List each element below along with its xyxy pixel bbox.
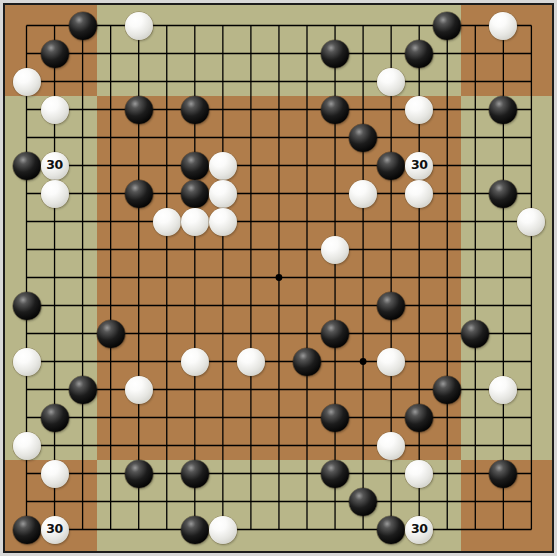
board-cell[interactable] [321,348,349,376]
board-cell[interactable] [125,348,153,376]
board-cell[interactable] [433,96,461,124]
board-cell[interactable] [153,5,181,40]
board-cell[interactable] [461,488,489,516]
board-cell[interactable] [237,5,265,40]
board-cell[interactable] [265,432,293,460]
board-cell[interactable] [69,96,97,124]
board-cell[interactable] [377,460,405,488]
white-stone[interactable] [377,432,405,460]
board-cell[interactable] [461,124,489,152]
white-stone[interactable] [321,236,349,264]
board-cell[interactable] [69,208,97,236]
board-cell[interactable] [461,264,489,292]
board-cell[interactable] [125,404,153,432]
board-cell[interactable] [461,236,489,264]
board-cell[interactable] [517,348,552,376]
board-cell[interactable] [433,40,461,68]
board-cell[interactable] [41,348,69,376]
board-cell[interactable] [265,40,293,68]
board-cell[interactable] [349,404,377,432]
black-stone[interactable] [321,40,349,68]
board-cell[interactable] [517,432,552,460]
board-cell[interactable] [237,460,265,488]
board-cell[interactable] [265,460,293,488]
board-cell[interactable] [349,264,377,292]
board-cell[interactable] [433,264,461,292]
board-cell[interactable] [69,488,97,516]
board-cell[interactable] [489,404,517,432]
black-stone[interactable] [377,516,405,544]
board-cell[interactable] [153,376,181,404]
board-cell[interactable] [489,208,517,236]
board-cell[interactable] [153,404,181,432]
board-cell[interactable] [321,180,349,208]
board-cell[interactable] [97,236,125,264]
white-stone[interactable] [377,68,405,96]
board-cell[interactable] [237,68,265,96]
board-cell[interactable] [321,432,349,460]
black-stone[interactable] [69,376,97,404]
board-cell[interactable] [181,264,209,292]
white-stone[interactable] [209,516,237,544]
board-cell[interactable] [5,320,41,348]
board-cell[interactable] [153,516,181,552]
black-stone[interactable] [433,376,461,404]
black-stone[interactable] [69,12,97,40]
board-cell[interactable] [237,264,265,292]
board-cell[interactable] [377,320,405,348]
black-stone[interactable] [181,180,209,208]
board-cell[interactable] [237,488,265,516]
board-cell[interactable] [97,348,125,376]
black-stone[interactable] [321,460,349,488]
board-cell[interactable] [517,236,552,264]
board-cell[interactable] [405,348,433,376]
board-cell[interactable] [405,376,433,404]
white-stone-numbered[interactable]: 30 [405,516,433,544]
board-cell[interactable] [293,404,321,432]
board-cell[interactable] [265,5,293,40]
board-cell[interactable] [41,376,69,404]
board-cell[interactable] [125,236,153,264]
board-cell[interactable] [489,488,517,516]
board-cell[interactable] [293,68,321,96]
board-cell[interactable] [321,264,349,292]
board-cell[interactable] [209,404,237,432]
white-stone-numbered[interactable]: 30 [41,516,69,544]
board-cell[interactable] [97,516,125,552]
board-cell[interactable] [293,152,321,180]
board-cell[interactable] [405,264,433,292]
board-cell[interactable] [181,40,209,68]
board-cell[interactable] [349,460,377,488]
black-stone[interactable] [405,404,433,432]
board-cell[interactable] [41,68,69,96]
board-cell[interactable] [69,292,97,320]
black-stone[interactable] [349,124,377,152]
board-cell[interactable] [97,152,125,180]
board-cell[interactable] [461,516,489,552]
board-cell[interactable] [489,320,517,348]
black-stone[interactable] [125,96,153,124]
board-cell[interactable] [433,208,461,236]
white-stone[interactable] [209,208,237,236]
board-cell[interactable] [517,488,552,516]
board-cell[interactable] [209,376,237,404]
black-stone[interactable] [13,292,41,320]
board-cell[interactable] [405,5,433,40]
board-cell[interactable] [153,488,181,516]
board-cell[interactable] [153,236,181,264]
board-cell[interactable] [5,236,41,264]
board-cell[interactable] [489,40,517,68]
board-cell[interactable] [377,488,405,516]
board-cell[interactable] [69,264,97,292]
white-stone[interactable] [405,180,433,208]
board-cell[interactable] [181,404,209,432]
board-cell[interactable] [181,432,209,460]
board-cell[interactable] [377,96,405,124]
board-cell[interactable] [69,320,97,348]
board-cell[interactable] [181,124,209,152]
board-cell[interactable] [97,68,125,96]
black-stone[interactable] [321,96,349,124]
board-cell[interactable] [5,376,41,404]
board-cell[interactable] [517,404,552,432]
board-cell[interactable] [209,264,237,292]
white-stone[interactable] [209,180,237,208]
board-cell[interactable] [321,488,349,516]
board-cell[interactable] [349,40,377,68]
board-cell[interactable] [97,460,125,488]
board-cell[interactable] [265,320,293,348]
board-cell[interactable] [5,404,41,432]
board-cell[interactable] [237,432,265,460]
board-cell[interactable] [5,460,41,488]
board-cell[interactable] [405,68,433,96]
board-cell[interactable] [237,208,265,236]
board-cell[interactable] [97,292,125,320]
board-cell[interactable] [97,5,125,40]
black-stone[interactable] [13,516,41,544]
board-cell[interactable] [181,5,209,40]
board-cell[interactable] [125,264,153,292]
board-cell[interactable] [489,264,517,292]
board-cell[interactable] [517,68,552,96]
board-cell[interactable] [461,96,489,124]
board-cell[interactable] [517,292,552,320]
board-cell[interactable] [517,40,552,68]
white-stone[interactable] [489,12,517,40]
board-cell[interactable] [265,348,293,376]
white-stone[interactable] [489,376,517,404]
board-cell[interactable] [153,348,181,376]
black-stone[interactable] [405,40,433,68]
board-cell[interactable] [209,5,237,40]
board-cell[interactable] [461,460,489,488]
board-cell[interactable] [69,432,97,460]
black-stone[interactable] [489,460,517,488]
board-cell[interactable] [41,236,69,264]
board-cell[interactable] [209,460,237,488]
board-cell[interactable] [293,180,321,208]
board-cell[interactable] [237,516,265,552]
white-stone[interactable] [41,96,69,124]
black-stone[interactable] [41,404,69,432]
board-cell[interactable] [293,292,321,320]
board-cell[interactable] [349,516,377,552]
white-stone[interactable] [181,348,209,376]
board-cell[interactable] [237,180,265,208]
board-cell[interactable] [293,320,321,348]
board-cell[interactable] [489,516,517,552]
board-cell[interactable] [461,348,489,376]
board-cell[interactable] [293,264,321,292]
board-cell[interactable] [69,40,97,68]
board-cell[interactable] [377,180,405,208]
board-cell[interactable] [41,264,69,292]
board-cell[interactable] [461,208,489,236]
board-cell[interactable] [153,40,181,68]
board-cell[interactable] [405,208,433,236]
board-cell[interactable] [517,5,552,40]
board-cell[interactable] [265,152,293,180]
board-cell[interactable] [433,236,461,264]
board-cell[interactable] [125,516,153,552]
board-cell[interactable] [265,180,293,208]
board-cell[interactable] [97,96,125,124]
black-stone[interactable] [125,180,153,208]
board-cell[interactable] [461,432,489,460]
board-cell[interactable] [153,68,181,96]
white-stone[interactable] [237,348,265,376]
board-cell[interactable] [461,68,489,96]
board-cell[interactable] [349,208,377,236]
board-cell[interactable] [405,292,433,320]
board-cell[interactable] [181,292,209,320]
black-stone[interactable] [489,180,517,208]
board-cell[interactable] [5,5,41,40]
board-cell[interactable] [125,124,153,152]
board-cell[interactable] [69,152,97,180]
board-cell[interactable] [237,152,265,180]
black-stone[interactable] [293,348,321,376]
board-cell[interactable] [489,68,517,96]
board-cell[interactable] [265,208,293,236]
white-stone[interactable] [41,460,69,488]
board-cell[interactable] [5,124,41,152]
board-cell[interactable] [209,96,237,124]
board-cell[interactable] [125,432,153,460]
board-cell[interactable] [293,516,321,552]
board-cell[interactable] [349,376,377,404]
board-cell[interactable] [5,96,41,124]
board-cell[interactable] [69,124,97,152]
board-cell[interactable] [433,180,461,208]
board-cell[interactable] [293,488,321,516]
board-cell[interactable] [41,432,69,460]
black-stone[interactable] [181,152,209,180]
board-cell[interactable] [433,152,461,180]
board-cell[interactable] [321,152,349,180]
board-cell[interactable] [97,40,125,68]
board-cell[interactable] [293,96,321,124]
black-stone[interactable] [181,96,209,124]
board-cell[interactable] [321,68,349,96]
board-cell[interactable] [125,488,153,516]
board-cell[interactable] [97,124,125,152]
board-cell[interactable] [69,348,97,376]
board-cell[interactable] [321,376,349,404]
board-cell[interactable] [461,40,489,68]
board-cell[interactable] [209,124,237,152]
board-cell[interactable] [41,320,69,348]
board-cell[interactable] [97,404,125,432]
board-cell[interactable] [265,488,293,516]
board-cell[interactable] [97,264,125,292]
board-cell[interactable] [125,40,153,68]
black-stone[interactable] [125,460,153,488]
black-stone[interactable] [489,96,517,124]
black-stone[interactable] [377,152,405,180]
board-cell[interactable] [5,40,41,68]
board-cell[interactable] [265,292,293,320]
board-cell[interactable] [349,292,377,320]
white-stone[interactable] [13,348,41,376]
board-cell[interactable] [293,124,321,152]
board-cell[interactable] [153,96,181,124]
board-cell[interactable] [265,264,293,292]
board-cell[interactable] [265,236,293,264]
white-stone[interactable] [181,208,209,236]
board-cell[interactable] [293,376,321,404]
board-cell[interactable] [41,292,69,320]
board-cell[interactable] [377,5,405,40]
board-cell[interactable] [517,264,552,292]
board-cell[interactable] [265,516,293,552]
board-cell[interactable] [153,432,181,460]
black-stone[interactable] [433,12,461,40]
board-cell[interactable] [433,320,461,348]
board-cell[interactable] [377,124,405,152]
black-stone[interactable] [321,320,349,348]
board-cell[interactable] [293,40,321,68]
board-cell[interactable] [433,124,461,152]
white-stone-numbered[interactable]: 30 [41,152,69,180]
board-cell[interactable] [461,180,489,208]
board-cell[interactable] [293,432,321,460]
board-cell[interactable] [5,264,41,292]
board-cell[interactable] [517,96,552,124]
board-cell[interactable] [153,152,181,180]
board-cell[interactable] [181,320,209,348]
board-cell[interactable] [517,460,552,488]
white-stone[interactable] [517,208,545,236]
board-cell[interactable] [349,5,377,40]
board-cell[interactable] [69,236,97,264]
board-cell[interactable] [153,320,181,348]
board-cell[interactable] [209,236,237,264]
board-cell[interactable] [405,432,433,460]
board-cell[interactable] [97,488,125,516]
board-cell[interactable] [237,40,265,68]
black-stone[interactable] [181,516,209,544]
white-stone[interactable] [405,96,433,124]
board-cell[interactable] [517,180,552,208]
black-stone[interactable] [13,152,41,180]
board-cell[interactable] [489,124,517,152]
board-cell[interactable] [41,208,69,236]
white-stone-numbered[interactable]: 30 [405,152,433,180]
board-cell[interactable] [237,320,265,348]
board-cell[interactable] [153,180,181,208]
board-cell[interactable] [125,292,153,320]
white-stone[interactable] [405,460,433,488]
white-stone[interactable] [125,12,153,40]
white-stone[interactable] [125,376,153,404]
board-cell[interactable] [349,432,377,460]
board-cell[interactable] [265,404,293,432]
board-cell[interactable] [153,292,181,320]
board-cell[interactable] [97,432,125,460]
board-cell[interactable] [125,208,153,236]
board-cell[interactable] [237,96,265,124]
board-cell[interactable] [349,348,377,376]
board-cell[interactable] [209,348,237,376]
board-cell[interactable] [5,208,41,236]
board-cell[interactable] [489,432,517,460]
board-cell[interactable] [405,320,433,348]
board-cell[interactable] [349,152,377,180]
board-cell[interactable] [125,68,153,96]
board-cell[interactable] [181,68,209,96]
board-cell[interactable] [377,236,405,264]
board-cell[interactable] [293,208,321,236]
board-cell[interactable] [5,180,41,208]
board-cell[interactable] [377,404,405,432]
board-cell[interactable] [433,432,461,460]
board-cell[interactable] [321,292,349,320]
board-cell[interactable] [489,152,517,180]
board-cell[interactable] [209,432,237,460]
board-cell[interactable] [41,488,69,516]
board-cell[interactable] [97,180,125,208]
board-cell[interactable] [209,68,237,96]
board-cell[interactable] [433,460,461,488]
board-cell[interactable] [349,236,377,264]
board-cell[interactable] [433,292,461,320]
white-stone[interactable] [349,180,377,208]
board-cell[interactable] [237,292,265,320]
white-stone[interactable] [209,152,237,180]
board-cell[interactable] [265,96,293,124]
board-cell[interactable] [97,376,125,404]
white-stone[interactable] [13,68,41,96]
board-cell[interactable] [293,460,321,488]
board-cell[interactable] [321,5,349,40]
board-cell[interactable] [69,180,97,208]
board-cell[interactable] [461,292,489,320]
board-cell[interactable] [181,236,209,264]
board-cell[interactable] [517,124,552,152]
board-cell[interactable] [125,152,153,180]
board-cell[interactable] [41,124,69,152]
board-cell[interactable] [181,376,209,404]
board-cell[interactable] [209,320,237,348]
board-cell[interactable] [321,516,349,552]
board-cell[interactable] [349,96,377,124]
board-cell[interactable] [377,264,405,292]
